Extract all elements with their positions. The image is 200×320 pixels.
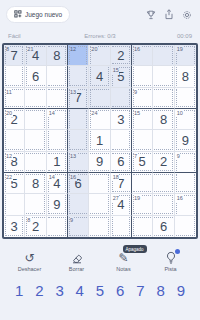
cell-r1c2[interactable]: 214 [25,45,46,66]
cell-digit: 2 [32,219,39,234]
cell-r1c7[interactable]: 16 [132,45,153,66]
cell-r8c9[interactable]: 16 [175,194,196,215]
cage-sum: 12 [6,152,13,160]
cell-r8c3[interactable]: 9 [47,194,68,215]
cell-r9c6[interactable] [111,216,132,237]
cell-r5c2[interactable] [25,130,46,151]
cage-sum: 20 [91,45,98,53]
numpad-2[interactable]: 2 [35,282,43,299]
cell-r4c9[interactable]: 10 [175,109,196,130]
cell-r3c1[interactable]: 11 [4,88,25,109]
hint-notification-dot [175,249,180,254]
cage-border [26,153,44,171]
cage-sum: 11 [6,88,13,96]
cell-r4c4[interactable] [68,109,89,130]
cell-r6c9[interactable]: 9 [175,152,196,173]
cage-border [26,195,44,213]
new-game-button[interactable]: Juego nuevo [6,6,70,23]
toolbar: ↺ Deshacer Borrar Apagado ✎ Notas Pista [0,251,200,272]
cage-border [26,89,44,107]
cell-r3c9[interactable] [175,88,196,109]
cell-r1c3[interactable]: 8 [47,45,68,66]
cage-border [90,174,108,192]
cell-r3c6[interactable] [111,88,132,109]
cell-r2c1[interactable] [4,66,25,87]
cage-border [48,89,66,107]
cage-border [154,195,172,213]
settings-icon[interactable] [182,10,192,20]
cell-r2c2[interactable]: 6 [25,66,46,87]
numpad-6[interactable]: 6 [116,282,124,299]
new-game-icon [14,10,22,19]
cage-sum: 24 [91,109,98,117]
cage-border [176,89,195,107]
hint-label: Pista [164,266,176,272]
cell-r6c5[interactable]: 9 [89,152,110,173]
cell-r8c1[interactable] [4,194,25,215]
new-game-label: Juego nuevo [25,11,62,18]
cell-r4c8[interactable]: 8 [153,109,174,130]
cell-r7c6[interactable]: 187 [111,173,132,194]
cell-digit: 1 [53,154,60,169]
cage-sum: 20 [6,109,13,117]
cage-sum: 8 [6,45,10,53]
cell-r5c1[interactable] [4,130,25,151]
cage-border [90,195,108,213]
cage-border [133,67,151,85]
cell-digit: 2 [117,48,124,63]
cage-border [154,67,172,85]
cage-border [154,46,172,64]
cage-border [69,67,87,85]
cage-border [69,110,87,128]
cell-digit: 4 [96,69,103,84]
numpad-8[interactable]: 8 [156,282,164,299]
cell-digit: 2 [160,154,167,169]
cage-sum: 8 [27,216,31,224]
cage-border [154,131,172,149]
errors-label: Errores: 0/3 [69,33,130,39]
cell-r5c6[interactable] [111,130,132,151]
top-bar-icons [146,9,192,20]
cell-digit: 6 [32,69,39,84]
cell-digit: 1 [96,133,103,148]
notes-label: Notas [116,266,130,272]
erase-button[interactable]: Borrar [56,251,98,272]
cage-sum: 9 [70,216,74,224]
cell-r8c8[interactable] [153,194,174,215]
cage-sum: 12 [70,45,77,53]
cell-digit: 8 [182,69,189,84]
cell-r1c1[interactable]: 87 [4,45,25,66]
cage-sum: 16 [176,194,183,202]
cell-r4c5[interactable]: 24 [89,109,110,130]
cell-digit: 9 [53,197,60,212]
cage-sum: 19 [134,194,141,202]
cell-r6c7[interactable]: 75 [132,152,153,173]
cell-r3c5[interactable] [89,88,110,109]
cell-r7c2[interactable]: 8 [25,173,46,194]
cell-r1c9[interactable]: 19 [175,45,196,66]
numpad-9[interactable]: 9 [177,282,185,299]
cage-sum: 18 [112,173,119,181]
cage-border [48,217,66,236]
cell-r9c8[interactable]: 6 [153,216,174,237]
cage-border [48,131,66,149]
cell-r3c7[interactable]: 9 [132,88,153,109]
cage-sum: 19 [176,45,183,53]
cell-digit: 8 [53,48,60,63]
cage-border [154,174,172,192]
cell-r8c6[interactable]: 274 [111,194,132,215]
cell-r4c6[interactable]: 3 [111,109,132,130]
trophy-icon[interactable] [146,10,156,20]
cell-r4c1[interactable]: 202 [4,109,25,130]
cell-r7c9[interactable] [175,173,196,194]
cell-r7c1[interactable]: 225 [4,173,25,194]
cell-r6c8[interactable]: 2 [153,152,174,173]
cage-sum: 14 [48,109,55,117]
cage-sum: 7 [134,152,138,160]
cell-digit: 6 [117,154,124,169]
cell-r7c3[interactable]: 144 [47,173,68,194]
cage-border [90,89,108,107]
cell-r5c4[interactable] [68,130,89,151]
cage-sum: 10 [176,109,183,117]
cell-r8c7[interactable]: 19 [132,194,153,215]
cell-r3c8[interactable] [153,88,174,109]
cell-r8c5[interactable] [89,194,110,215]
cell-r2c9[interactable]: 8 [175,66,196,87]
share-icon[interactable] [164,9,174,20]
notes-label-borrar: Borrar [69,266,84,272]
numpad-4[interactable]: 4 [76,282,84,299]
cell-r7c5[interactable] [89,173,110,194]
cell-r6c4[interactable]: 13 [68,152,89,173]
number-pad: 1 2 3 4 5 6 7 8 9 [0,282,200,299]
cage-sum: 15 [134,109,141,117]
numpad-5[interactable]: 5 [96,282,104,299]
cage-border [26,110,44,128]
numpad-3[interactable]: 3 [55,282,63,299]
cage-sum: 27 [112,194,119,202]
cell-digit: 6 [160,219,167,234]
cell-r9c4[interactable]: 9 [68,216,89,237]
cell-r2c7[interactable] [132,66,153,87]
cage-border [176,174,195,192]
cell-r4c2[interactable] [25,109,46,130]
cage-sum: 13 [70,152,77,160]
cell-r7c4[interactable]: 166 [68,173,89,194]
cell-r6c3[interactable]: 1 [47,152,68,173]
sudoku-board: 8721481220216196415581113792021424315810… [2,43,198,239]
cage-border [69,195,87,213]
undo-icon: ↺ [24,251,34,264]
cage-border [5,131,23,149]
cell-digit: 8 [160,112,167,127]
cell-r9c1[interactable]: 3 [4,216,25,237]
cage-border [176,217,195,236]
cage-border [26,131,44,149]
cell-r8c4[interactable] [68,194,89,215]
cell-r4c7[interactable]: 15 [132,109,153,130]
cage-border [112,89,130,107]
cage-border [69,131,87,149]
cell-r2c3[interactable] [47,66,68,87]
cell-r1c4[interactable]: 12 [68,45,89,66]
cell-r6c1[interactable]: 128 [4,152,25,173]
cell-r3c3[interactable] [47,88,68,109]
cage-sum: 9 [134,88,138,96]
cage-border [112,217,130,236]
cage-border [48,67,66,85]
cell-digit: 9 [96,154,103,169]
hint-button[interactable]: Pista [150,251,192,272]
cage-sum: 21 [27,45,34,53]
cell-r1c6[interactable]: 2 [111,45,132,66]
cell-r8c2[interactable] [25,194,46,215]
cell-r9c7[interactable] [132,216,153,237]
undo-button[interactable]: ↺ Deshacer [9,251,51,272]
cell-digit: 7 [11,48,18,63]
cell-r2c8[interactable] [153,66,174,87]
cage-sum: 16 [70,173,77,181]
cell-r2c4[interactable] [68,66,89,87]
cage-border [112,131,130,149]
numpad-7[interactable]: 7 [136,282,144,299]
cell-r7c7[interactable] [132,173,153,194]
cell-digit: 3 [11,219,18,234]
timer-label: 00:09 [131,33,192,39]
cell-r6c6[interactable]: 6 [111,152,132,173]
cell-digit: 9 [182,133,189,148]
cell-r4c3[interactable]: 14 [47,109,68,130]
undo-label: Deshacer [18,266,42,272]
cage-border [90,217,108,236]
cell-r9c2[interactable]: 82 [25,216,46,237]
eraser-icon [71,251,83,264]
cell-r1c8[interactable] [153,45,174,66]
cell-r9c5[interactable] [89,216,110,237]
cage-sum: 15 [112,66,119,74]
cell-r2c6[interactable]: 155 [111,66,132,87]
cell-r3c2[interactable] [25,88,46,109]
cage-sum: 9 [176,152,180,160]
cage-border [133,131,151,149]
cell-r3c4[interactable]: 137 [68,88,89,109]
cage-sum: 16 [134,45,141,53]
cell-r7c8[interactable] [153,173,174,194]
cage-border [5,195,23,213]
cell-digit: 3 [117,112,124,127]
top-bar: Juego nuevo [0,0,200,23]
cage-border [154,89,172,107]
cell-r5c5[interactable]: 1 [89,130,110,151]
cage-sum: 13 [70,88,77,96]
difficulty-label: Fácil [8,33,69,39]
cell-r2c5[interactable]: 4 [89,66,110,87]
notes-status-badge: Apagado [123,245,147,253]
cell-digit: 8 [32,176,39,191]
status-bar: Fácil Errores: 0/3 00:09 [0,23,200,43]
numpad-1[interactable]: 1 [15,282,23,299]
cage-border [133,217,151,236]
cage-border [5,67,23,85]
cell-r5c7[interactable] [132,130,153,151]
cell-r1c5[interactable]: 20 [89,45,110,66]
cell-r9c9[interactable] [175,216,196,237]
cell-digit: 5 [139,154,146,169]
notes-button[interactable]: Apagado ✎ Notas [103,251,145,272]
cell-r5c8[interactable] [153,130,174,151]
cell-r5c9[interactable]: 9 [175,130,196,151]
cage-sum: 22 [6,173,13,181]
cell-r6c2[interactable] [25,152,46,173]
cage-border [133,174,151,192]
cage-sum: 14 [48,173,55,181]
cell-r5c3[interactable] [47,130,68,151]
cell-r9c3[interactable] [47,216,68,237]
